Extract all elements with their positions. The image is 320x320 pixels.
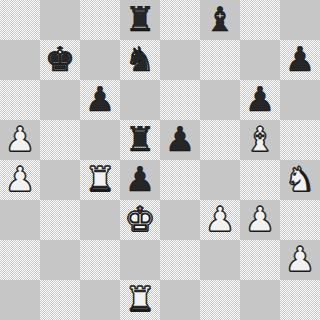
square-f3[interactable]: ♟: [200, 200, 240, 240]
square-c8[interactable]: [80, 0, 120, 40]
black-pawn: ♟: [85, 82, 115, 116]
black-king: ♚: [45, 42, 75, 76]
square-e7[interactable]: [160, 40, 200, 80]
white-knight: ♞: [285, 162, 315, 196]
square-f7[interactable]: [200, 40, 240, 80]
square-h5[interactable]: [280, 120, 320, 160]
square-h4[interactable]: ♞: [280, 160, 320, 200]
square-h6[interactable]: [280, 80, 320, 120]
square-d6[interactable]: [120, 80, 160, 120]
square-e8[interactable]: [160, 0, 200, 40]
black-knight: ♞: [125, 42, 155, 76]
square-h1[interactable]: [280, 280, 320, 320]
white-pawn: ♟: [205, 202, 235, 236]
black-pawn: ♟: [245, 82, 275, 116]
square-d1[interactable]: ♜: [120, 280, 160, 320]
square-a3[interactable]: [0, 200, 40, 240]
black-pawn: ♟: [285, 42, 315, 76]
white-pawn: ♟: [245, 202, 275, 236]
square-d8[interactable]: ♜: [120, 0, 160, 40]
square-g2[interactable]: [240, 240, 280, 280]
square-f2[interactable]: [200, 240, 240, 280]
square-d5[interactable]: ♜: [120, 120, 160, 160]
square-d4[interactable]: ♟: [120, 160, 160, 200]
square-a8[interactable]: [0, 0, 40, 40]
square-a7[interactable]: [0, 40, 40, 80]
black-rook: ♜: [125, 2, 155, 36]
square-g5[interactable]: ♝: [240, 120, 280, 160]
black-pawn: ♟: [125, 162, 155, 196]
square-g7[interactable]: [240, 40, 280, 80]
square-a1[interactable]: [0, 280, 40, 320]
square-e2[interactable]: [160, 240, 200, 280]
square-e1[interactable]: [160, 280, 200, 320]
square-f1[interactable]: [200, 280, 240, 320]
square-f6[interactable]: [200, 80, 240, 120]
white-rook: ♜: [85, 162, 115, 196]
square-f4[interactable]: [200, 160, 240, 200]
square-b3[interactable]: [40, 200, 80, 240]
square-b1[interactable]: [40, 280, 80, 320]
square-e4[interactable]: [160, 160, 200, 200]
square-e5[interactable]: ♟: [160, 120, 200, 160]
square-c4[interactable]: ♜: [80, 160, 120, 200]
black-bishop: ♝: [205, 2, 235, 36]
square-h3[interactable]: [280, 200, 320, 240]
black-pawn: ♟: [165, 122, 195, 156]
square-g3[interactable]: ♟: [240, 200, 280, 240]
square-c3[interactable]: [80, 200, 120, 240]
square-d7[interactable]: ♞: [120, 40, 160, 80]
square-a2[interactable]: [0, 240, 40, 280]
square-d3[interactable]: ♚: [120, 200, 160, 240]
white-king: ♚: [125, 202, 155, 236]
square-f5[interactable]: [200, 120, 240, 160]
chess-board: ♜♝♚♞♟♟♟♟♜♟♝♟♜♟♞♚♟♟♟♜: [0, 0, 320, 320]
square-h7[interactable]: ♟: [280, 40, 320, 80]
square-b8[interactable]: [40, 0, 80, 40]
square-g4[interactable]: [240, 160, 280, 200]
white-bishop: ♝: [245, 122, 275, 156]
square-d2[interactable]: [120, 240, 160, 280]
black-rook: ♜: [125, 122, 155, 156]
square-g8[interactable]: [240, 0, 280, 40]
square-c5[interactable]: [80, 120, 120, 160]
square-b5[interactable]: [40, 120, 80, 160]
white-pawn: ♟: [5, 122, 35, 156]
square-h2[interactable]: ♟: [280, 240, 320, 280]
square-e6[interactable]: [160, 80, 200, 120]
square-a6[interactable]: [0, 80, 40, 120]
square-a5[interactable]: ♟: [0, 120, 40, 160]
square-g1[interactable]: [240, 280, 280, 320]
square-e3[interactable]: [160, 200, 200, 240]
square-b6[interactable]: [40, 80, 80, 120]
square-b2[interactable]: [40, 240, 80, 280]
square-h8[interactable]: [280, 0, 320, 40]
square-a4[interactable]: ♟: [0, 160, 40, 200]
square-c1[interactable]: [80, 280, 120, 320]
square-c2[interactable]: [80, 240, 120, 280]
white-rook: ♜: [125, 282, 155, 316]
square-f8[interactable]: ♝: [200, 0, 240, 40]
square-c6[interactable]: ♟: [80, 80, 120, 120]
square-b4[interactable]: [40, 160, 80, 200]
white-pawn: ♟: [285, 242, 315, 276]
square-g6[interactable]: ♟: [240, 80, 280, 120]
square-b7[interactable]: ♚: [40, 40, 80, 80]
white-pawn: ♟: [5, 162, 35, 196]
square-c7[interactable]: [80, 40, 120, 80]
